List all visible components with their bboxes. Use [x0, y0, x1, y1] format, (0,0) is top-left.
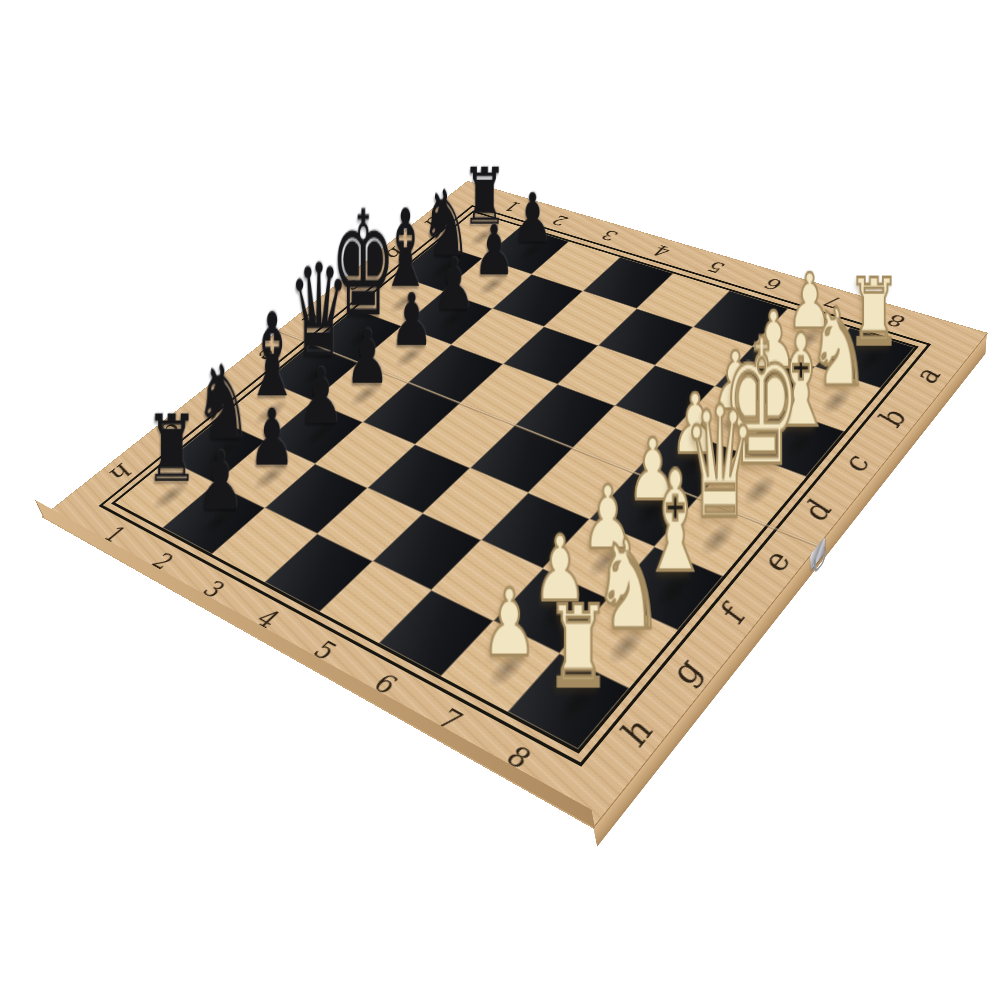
- chess-board: hgfedcba hgfedcba 12345678 12345678 ♜♞♝♚…: [43, 181, 987, 827]
- rank-label-3: 3: [578, 216, 641, 256]
- p-glyph-icon: ♟: [165, 441, 276, 522]
- rank-label-5: 5: [684, 246, 748, 289]
- product-photo-stage: hgfedcba hgfedcba 12345678 12345678 ♜♞♝♚…: [0, 0, 1002, 1002]
- rank-label-2: 2: [529, 201, 591, 240]
- r-glyph-icon: ♜: [512, 591, 645, 704]
- rank-label-4: 4: [630, 230, 693, 271]
- board-surface: hgfedcba hgfedcba 12345678 12345678 ♜♞♝♚…: [43, 181, 987, 827]
- photo-scene: hgfedcba hgfedcba 12345678 12345678 ♜♞♝♚…: [116, 26, 913, 823]
- rank-label-1: 1: [482, 188, 543, 225]
